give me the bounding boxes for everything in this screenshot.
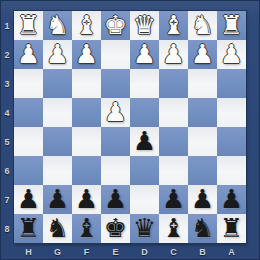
black-pawn: ♟	[133, 127, 156, 156]
white-queen: ♛	[133, 11, 156, 40]
square-e4[interactable]: ♟	[101, 98, 130, 127]
white-pawn: ♟	[104, 98, 127, 127]
white-rook: ♜	[220, 11, 243, 40]
black-knight: ♞	[46, 214, 69, 243]
white-pawn: ♟	[46, 40, 69, 69]
square-h6[interactable]	[14, 156, 43, 185]
file-label-e: E	[101, 244, 130, 260]
square-h2[interactable]: ♟	[14, 40, 43, 69]
rank-label-3: 3	[0, 69, 14, 98]
square-a3[interactable]	[217, 69, 246, 98]
white-pawn: ♟	[220, 40, 243, 69]
file-label-h: H	[14, 244, 43, 260]
square-g5[interactable]	[43, 127, 72, 156]
square-b4[interactable]	[188, 98, 217, 127]
white-pawn: ♟	[191, 40, 214, 69]
black-pawn: ♟	[104, 185, 127, 214]
black-queen: ♛	[133, 214, 156, 243]
square-a4[interactable]	[217, 98, 246, 127]
square-f7[interactable]: ♟	[72, 185, 101, 214]
black-pawn: ♟	[75, 185, 98, 214]
file-label-b: B	[188, 244, 217, 260]
square-d2[interactable]: ♟	[130, 40, 159, 69]
file-label-g: G	[43, 244, 72, 260]
square-e7[interactable]: ♟	[101, 185, 130, 214]
black-pawn: ♟	[17, 185, 40, 214]
square-h5[interactable]	[14, 127, 43, 156]
square-g4[interactable]	[43, 98, 72, 127]
square-c6[interactable]	[159, 156, 188, 185]
square-d6[interactable]	[130, 156, 159, 185]
rank-label-1: 1	[0, 11, 14, 40]
white-bishop: ♝	[162, 11, 185, 40]
square-g1[interactable]: ♞	[43, 11, 72, 40]
white-pawn: ♟	[133, 40, 156, 69]
square-f8[interactable]: ♝	[72, 214, 101, 243]
rank-label-2: 2	[0, 40, 14, 69]
square-d5[interactable]: ♟	[130, 127, 159, 156]
square-f4[interactable]	[72, 98, 101, 127]
rank-label-8: 8	[0, 214, 14, 243]
square-c1[interactable]: ♝	[159, 11, 188, 40]
square-e8[interactable]: ♚	[101, 214, 130, 243]
square-c5[interactable]	[159, 127, 188, 156]
file-label-f: F	[72, 244, 101, 260]
square-g2[interactable]: ♟	[43, 40, 72, 69]
black-bishop: ♝	[162, 214, 185, 243]
square-d1[interactable]: ♛	[130, 11, 159, 40]
black-bishop: ♝	[75, 214, 98, 243]
rank-label-4: 4	[0, 98, 14, 127]
square-a6[interactable]	[217, 156, 246, 185]
black-rook: ♜	[220, 214, 243, 243]
square-c2[interactable]: ♟	[159, 40, 188, 69]
square-b7[interactable]: ♟	[188, 185, 217, 214]
square-h4[interactable]	[14, 98, 43, 127]
square-b2[interactable]: ♟	[188, 40, 217, 69]
square-g8[interactable]: ♞	[43, 214, 72, 243]
square-c4[interactable]	[159, 98, 188, 127]
black-pawn: ♟	[46, 185, 69, 214]
square-f1[interactable]: ♝	[72, 11, 101, 40]
square-e1[interactable]: ♚	[101, 11, 130, 40]
square-e6[interactable]	[101, 156, 130, 185]
square-h7[interactable]: ♟	[14, 185, 43, 214]
white-pawn: ♟	[75, 40, 98, 69]
square-e5[interactable]	[101, 127, 130, 156]
square-e2[interactable]	[101, 40, 130, 69]
black-rook: ♜	[17, 214, 40, 243]
black-king: ♚	[104, 214, 127, 243]
square-f3[interactable]	[72, 69, 101, 98]
square-b5[interactable]	[188, 127, 217, 156]
white-pawn: ♟	[17, 40, 40, 69]
file-label-c: C	[159, 244, 188, 260]
square-f5[interactable]	[72, 127, 101, 156]
square-h8[interactable]: ♜	[14, 214, 43, 243]
white-knight: ♞	[46, 11, 69, 40]
square-h3[interactable]	[14, 69, 43, 98]
black-pawn: ♟	[191, 185, 214, 214]
white-pawn: ♟	[162, 40, 185, 69]
file-label-a: A	[217, 244, 246, 260]
square-c7[interactable]: ♟	[159, 185, 188, 214]
square-d8[interactable]: ♛	[130, 214, 159, 243]
white-rook: ♜	[17, 11, 40, 40]
file-label-d: D	[130, 244, 159, 260]
black-pawn: ♟	[162, 185, 185, 214]
rank-label-5: 5	[0, 127, 14, 156]
white-king: ♚	[104, 11, 127, 40]
square-f6[interactable]	[72, 156, 101, 185]
square-g7[interactable]: ♟	[43, 185, 72, 214]
square-a2[interactable]: ♟	[217, 40, 246, 69]
square-c3[interactable]	[159, 69, 188, 98]
square-d3[interactable]	[130, 69, 159, 98]
square-f2[interactable]: ♟	[72, 40, 101, 69]
square-b8[interactable]: ♞	[188, 214, 217, 243]
square-b1[interactable]: ♞	[188, 11, 217, 40]
black-knight: ♞	[191, 214, 214, 243]
square-b3[interactable]	[188, 69, 217, 98]
square-g6[interactable]	[43, 156, 72, 185]
square-a1[interactable]: ♜	[217, 11, 246, 40]
square-e3[interactable]	[101, 69, 130, 98]
white-knight: ♞	[191, 11, 214, 40]
square-d4[interactable]	[130, 98, 159, 127]
square-d7[interactable]	[130, 185, 159, 214]
chessboard-frame: 12345678 ♜♞♝♚♛♝♞♜♟♟♟♟♟♟♟♟♟♟♟♟♟♟♟♟♜♞♝♚♛♝♞…	[0, 0, 260, 260]
square-a5[interactable]	[217, 127, 246, 156]
chess-board: ♜♞♝♚♛♝♞♜♟♟♟♟♟♟♟♟♟♟♟♟♟♟♟♟♜♞♝♚♛♝♞♜	[14, 11, 246, 243]
white-bishop: ♝	[75, 11, 98, 40]
rank-label-7: 7	[0, 185, 14, 214]
black-pawn: ♟	[220, 185, 243, 214]
rank-label-6: 6	[0, 156, 14, 185]
square-c8[interactable]: ♝	[159, 214, 188, 243]
square-a7[interactable]: ♟	[217, 185, 246, 214]
square-b6[interactable]	[188, 156, 217, 185]
square-a8[interactable]: ♜	[217, 214, 246, 243]
square-g3[interactable]	[43, 69, 72, 98]
square-h1[interactable]: ♜	[14, 11, 43, 40]
